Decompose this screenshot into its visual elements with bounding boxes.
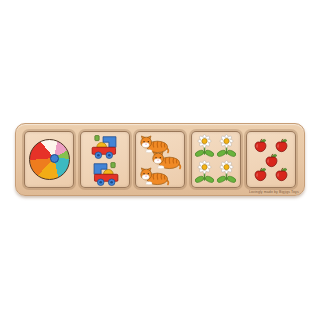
apple-icon (253, 138, 268, 153)
daisy-icon (194, 134, 215, 159)
cat-icon (138, 167, 171, 186)
daisy-icon (216, 134, 237, 159)
apple-icon (253, 167, 268, 182)
tile-5-apples[interactable] (246, 131, 296, 188)
daisy-icon (194, 160, 215, 185)
tile-2-art (81, 132, 129, 187)
tile-2-trains[interactable] (80, 131, 130, 188)
train-icon (86, 161, 124, 186)
train-icon (86, 134, 124, 159)
daisy-icon (216, 160, 237, 185)
apple-icon (274, 167, 289, 182)
apple-icon (264, 153, 279, 168)
brand-text: Lovingly made by Bigjigs Toys (249, 191, 299, 194)
tile-1-art (25, 132, 73, 187)
puzzle-tray: Lovingly made by Bigjigs Toys (15, 123, 305, 196)
apple-icon (274, 138, 289, 153)
tile-4-daisies[interactable] (191, 131, 241, 188)
tile-1-beach-ball[interactable] (24, 131, 74, 188)
beach-ball-icon (29, 139, 70, 180)
product-photo: Lovingly made by Bigjigs Toys (0, 0, 320, 320)
ball-center-dot-icon (50, 154, 59, 163)
tile-4-art (192, 132, 240, 187)
tile-5-art (247, 132, 295, 187)
tile-3-cats[interactable] (135, 131, 185, 188)
tile-3-art (136, 132, 184, 187)
